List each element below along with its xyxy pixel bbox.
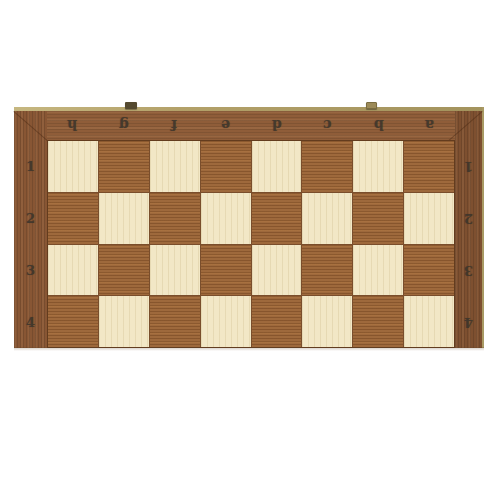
square-h2[interactable] (48, 193, 98, 244)
square-h3[interactable] (48, 245, 98, 296)
rank-label-left-1: 1 (26, 159, 35, 174)
rank-label-right-3: 3 (464, 263, 473, 278)
chessboard: h g f e d c b a 1 2 3 4 1 2 3 4 (14, 107, 484, 348)
file-label-h: h (67, 117, 77, 133)
square-b1[interactable] (353, 141, 403, 192)
square-d3[interactable] (252, 245, 302, 296)
square-b4[interactable] (353, 296, 403, 347)
rank-label-left-2: 2 (26, 211, 35, 226)
square-f3[interactable] (150, 245, 200, 296)
square-c3[interactable] (302, 245, 352, 296)
rank-labels-right: 1 2 3 4 (455, 140, 482, 348)
square-f2[interactable] (150, 193, 200, 244)
square-c2[interactable] (302, 193, 352, 244)
square-g1[interactable] (99, 141, 149, 192)
photo-stage: h g f e d c b a 1 2 3 4 1 2 3 4 (0, 0, 500, 500)
square-d2[interactable] (252, 193, 302, 244)
square-e1[interactable] (201, 141, 251, 192)
square-f1[interactable] (150, 141, 200, 192)
square-c4[interactable] (302, 296, 352, 347)
file-label-g: g (119, 117, 129, 133)
square-e4[interactable] (201, 296, 251, 347)
square-b2[interactable] (353, 193, 403, 244)
square-e2[interactable] (201, 193, 251, 244)
board-right-edge (482, 107, 484, 348)
file-label-b: b (374, 117, 384, 133)
square-d4[interactable] (252, 296, 302, 347)
file-label-e: e (221, 117, 230, 133)
square-e3[interactable] (201, 245, 251, 296)
square-g3[interactable] (99, 245, 149, 296)
rank-label-right-4: 4 (464, 315, 473, 330)
file-label-d: d (272, 117, 282, 133)
square-a4[interactable] (404, 296, 454, 347)
square-a2[interactable] (404, 193, 454, 244)
square-a3[interactable] (404, 245, 454, 296)
square-h4[interactable] (48, 296, 98, 347)
file-label-c: c (323, 117, 332, 133)
rank-label-left-3: 3 (26, 263, 35, 278)
file-label-a: a (425, 117, 434, 133)
hinge-left (125, 102, 137, 109)
square-d1[interactable] (252, 141, 302, 192)
square-g2[interactable] (99, 193, 149, 244)
file-labels-row: h g f e d c b a (47, 110, 455, 140)
square-f4[interactable] (150, 296, 200, 347)
file-label-f: f (171, 117, 177, 133)
square-b3[interactable] (353, 245, 403, 296)
square-a1[interactable] (404, 141, 454, 192)
rank-labels-left: 1 2 3 4 (14, 140, 47, 348)
hinge-right (366, 102, 377, 109)
square-c1[interactable] (302, 141, 352, 192)
rank-label-right-1: 1 (464, 159, 473, 174)
square-g4[interactable] (99, 296, 149, 347)
rank-label-left-4: 4 (26, 315, 35, 330)
photo-crop-edge (14, 347, 484, 351)
squares-grid (47, 140, 455, 348)
rank-label-right-2: 2 (464, 211, 473, 226)
square-h1[interactable] (48, 141, 98, 192)
